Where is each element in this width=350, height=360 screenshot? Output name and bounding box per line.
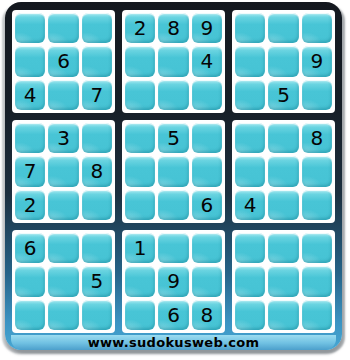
cell-r2c8[interactable]	[268, 46, 298, 76]
cell-r9c6: 8	[192, 300, 222, 330]
cell-r1c4: 2	[125, 13, 155, 43]
cell-r7c9[interactable]	[302, 233, 332, 263]
cell-r4c5: 5	[158, 123, 188, 153]
sudoku-box-1-1: 647	[12, 10, 115, 113]
cell-r7c8[interactable]	[268, 233, 298, 263]
cell-r1c3[interactable]	[82, 13, 112, 43]
cell-r4c1[interactable]	[15, 123, 45, 153]
cell-r8c9[interactable]	[302, 266, 332, 296]
cell-r7c6[interactable]	[192, 233, 222, 263]
cell-r6c4[interactable]	[125, 190, 155, 220]
cell-r4c2: 3	[48, 123, 78, 153]
cell-r4c8[interactable]	[268, 123, 298, 153]
cell-r2c2: 6	[48, 46, 78, 76]
sudoku-box-2-1: 3782	[12, 120, 115, 223]
cell-r4c7[interactable]	[235, 123, 265, 153]
cell-r1c6: 9	[192, 13, 222, 43]
cell-r7c5[interactable]	[158, 233, 188, 263]
cell-r5c2[interactable]	[48, 156, 78, 186]
cell-r8c6[interactable]	[192, 266, 222, 296]
sudoku-box-2-2: 56	[122, 120, 225, 223]
cell-r8c5: 9	[158, 266, 188, 296]
cell-r5c7[interactable]	[235, 156, 265, 186]
cell-r5c8[interactable]	[268, 156, 298, 186]
sudoku-box-1-3: 95	[232, 10, 335, 113]
cell-r5c1: 7	[15, 156, 45, 186]
cell-r9c8[interactable]	[268, 300, 298, 330]
cell-r2c5[interactable]	[158, 46, 188, 76]
cell-r1c1[interactable]	[15, 13, 45, 43]
cell-r8c8[interactable]	[268, 266, 298, 296]
cell-r5c9[interactable]	[302, 156, 332, 186]
cell-r1c7[interactable]	[235, 13, 265, 43]
cell-r8c3: 5	[82, 266, 112, 296]
cell-r2c4[interactable]	[125, 46, 155, 76]
cell-r2c1[interactable]	[15, 46, 45, 76]
cell-r3c9[interactable]	[302, 80, 332, 110]
cell-r2c3[interactable]	[82, 46, 112, 76]
board-frame: 64728949537825684651968 www.sudokusweb.c…	[5, 2, 342, 350]
cell-r8c2[interactable]	[48, 266, 78, 296]
cell-r6c3[interactable]	[82, 190, 112, 220]
sudoku-box-3-2: 1968	[122, 230, 225, 333]
cell-r6c5[interactable]	[158, 190, 188, 220]
cell-r9c2[interactable]	[48, 300, 78, 330]
cell-r4c9: 8	[302, 123, 332, 153]
cell-r1c8[interactable]	[268, 13, 298, 43]
cell-r5c6[interactable]	[192, 156, 222, 186]
cell-r9c4[interactable]	[125, 300, 155, 330]
cell-r9c7[interactable]	[235, 300, 265, 330]
sudoku-box-1-2: 2894	[122, 10, 225, 113]
cell-r6c2[interactable]	[48, 190, 78, 220]
cell-r5c5[interactable]	[158, 156, 188, 186]
sudoku-page: 64728949537825684651968 www.sudokusweb.c…	[0, 0, 350, 360]
cell-r1c2[interactable]	[48, 13, 78, 43]
cell-r3c3: 7	[82, 80, 112, 110]
cell-r4c6[interactable]	[192, 123, 222, 153]
cell-r2c6: 4	[192, 46, 222, 76]
cell-r6c6: 6	[192, 190, 222, 220]
cell-r8c4[interactable]	[125, 266, 155, 296]
cell-r3c8: 5	[268, 80, 298, 110]
cell-r3c7[interactable]	[235, 80, 265, 110]
cell-r7c4: 1	[125, 233, 155, 263]
cell-r6c8[interactable]	[268, 190, 298, 220]
sudoku-box-2-3: 84	[232, 120, 335, 223]
cell-r9c9[interactable]	[302, 300, 332, 330]
cell-r4c4[interactable]	[125, 123, 155, 153]
cell-r5c3: 8	[82, 156, 112, 186]
cell-r6c7: 4	[235, 190, 265, 220]
cell-r1c9[interactable]	[302, 13, 332, 43]
sudoku-box-3-1: 65	[12, 230, 115, 333]
cell-r9c5: 6	[158, 300, 188, 330]
cell-r8c7[interactable]	[235, 266, 265, 296]
cell-r4c3[interactable]	[82, 123, 112, 153]
cell-r3c5[interactable]	[158, 80, 188, 110]
cell-r1c5: 8	[158, 13, 188, 43]
cell-r7c1: 6	[15, 233, 45, 263]
cell-r5c4[interactable]	[125, 156, 155, 186]
cell-r6c1: 2	[15, 190, 45, 220]
cell-r2c7[interactable]	[235, 46, 265, 76]
cell-r9c3[interactable]	[82, 300, 112, 330]
cell-r7c2[interactable]	[48, 233, 78, 263]
cell-r3c4[interactable]	[125, 80, 155, 110]
cell-r3c6[interactable]	[192, 80, 222, 110]
cell-r7c7[interactable]	[235, 233, 265, 263]
cell-r3c1: 4	[15, 80, 45, 110]
cell-r2c9: 9	[302, 46, 332, 76]
cell-r7c3[interactable]	[82, 233, 112, 263]
cell-r6c9[interactable]	[302, 190, 332, 220]
cell-r9c1[interactable]	[15, 300, 45, 330]
sudoku-board: 64728949537825684651968	[5, 2, 342, 333]
cell-r8c1[interactable]	[15, 266, 45, 296]
site-link[interactable]: www.sudokusweb.com	[11, 335, 336, 350]
cell-r3c2[interactable]	[48, 80, 78, 110]
sudoku-box-3-3	[232, 230, 335, 333]
